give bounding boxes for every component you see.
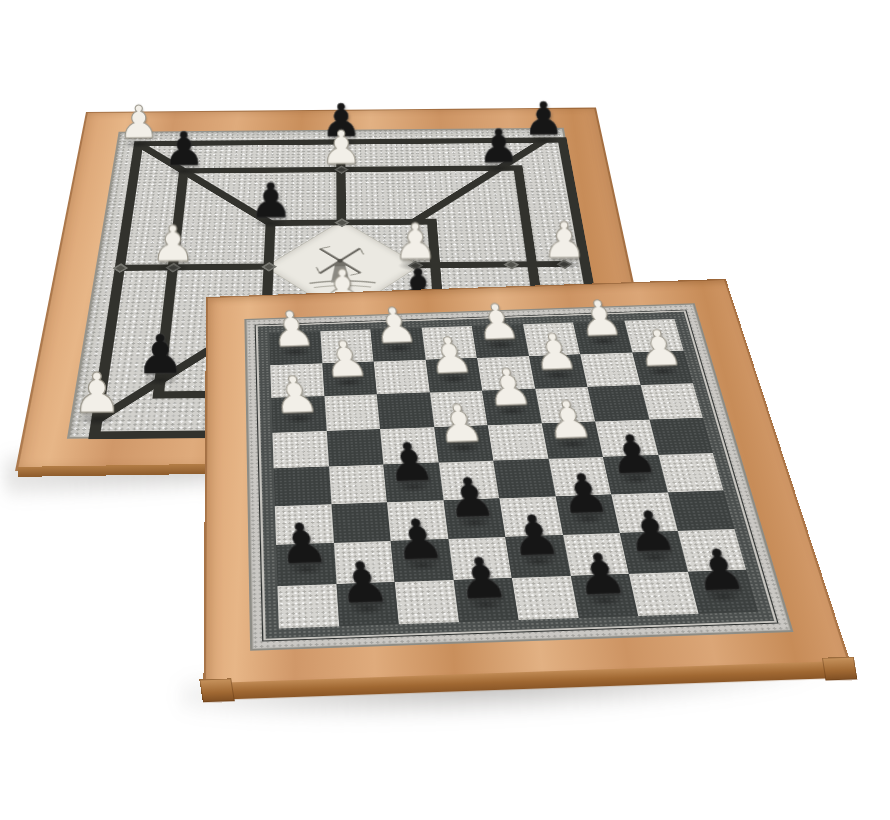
- black-pawn-glyph: ♟: [330, 553, 397, 611]
- checkers-square: ♟: [276, 543, 336, 586]
- checkers-square: ♟: [632, 350, 693, 385]
- white-pawn-glyph: ♟: [421, 330, 480, 381]
- white-pawn-glyph: ♟: [316, 125, 367, 172]
- checkers-wood-frame: ♟♟♟♟♟♟♟♟♟♟♟♟♟♟♟♟♟♟♟♟♟♟♟♟: [203, 279, 851, 688]
- checkers-square: ♟: [472, 324, 529, 357]
- black-pawn-glyph: ♟: [618, 503, 683, 560]
- checkers-square: [374, 359, 430, 394]
- checkers-square: ♟: [269, 331, 322, 365]
- checkers-grid: ♟♟♟♟♟♟♟♟♟♟♟♟♟♟♟♟♟♟♟♟♟♟♟♟: [269, 319, 758, 629]
- white-pawn-glyph: ♟: [571, 293, 628, 343]
- checkers-square: ♟: [555, 494, 620, 535]
- checkers-square: ♟: [322, 361, 377, 396]
- checkers-square: ♟: [434, 425, 493, 463]
- checkers-board-plane: ♟♟♟♟♟♟♟♟♟♟♟♟♟♟♟♟♟♟♟♟♟♟♟♟: [203, 279, 851, 688]
- checkers-square: [512, 576, 579, 621]
- checkers-square: ♟: [336, 582, 399, 627]
- black-pawn-glyph: ♟: [686, 541, 753, 599]
- white-pawn-glyph: ♟: [429, 397, 490, 450]
- checkers-square: ♟: [271, 396, 326, 432]
- checkers-square: [324, 394, 380, 430]
- checkers-square: [588, 385, 649, 421]
- checkers-square: ♟: [443, 498, 505, 539]
- white-pawn-glyph: ♟: [630, 323, 689, 374]
- white-pawn-glyph: ♟: [366, 300, 423, 350]
- checkers-square: ♟: [603, 455, 667, 494]
- checkers-square: [658, 453, 723, 492]
- checkers-square: ♟: [620, 531, 688, 574]
- black-pawn-glyph: ♟: [519, 96, 569, 142]
- checkers-square: [640, 383, 702, 419]
- scene: ♟♟♟♟♟♟♟♟♟♟♟♟♟♟ ♟♟♟♟♟♟♟♟♟♟♟♟♟♟♟♟♟♟♟♟♟♟♟♟: [0, 0, 890, 820]
- checkers-square: [493, 459, 555, 498]
- checkers-square: [277, 584, 338, 629]
- checkers-square: [329, 465, 387, 504]
- black-pawn-glyph: ♟: [601, 427, 663, 482]
- black-pawn-glyph: ♟: [473, 123, 524, 170]
- black-pawn-glyph: ♟: [449, 549, 516, 607]
- checkers-square: [272, 431, 328, 469]
- white-pawn-glyph: ♟: [316, 333, 375, 384]
- white-pawn-glyph: ♟: [265, 368, 325, 420]
- black-pawn-glyph: ♟: [269, 515, 334, 572]
- checkers-square: [326, 429, 383, 467]
- black-pawn-glyph: ♟: [439, 470, 503, 526]
- checkers-square: ♟: [529, 354, 588, 389]
- white-pawn-glyph: ♟: [538, 393, 599, 446]
- checkers-border-band: ♟♟♟♟♟♟♟♟♟♟♟♟♟♟♟♟♟♟♟♟♟♟♟♟: [256, 310, 777, 640]
- black-pawn-glyph: ♟: [502, 507, 567, 564]
- checkers-light-margin: ♟♟♟♟♟♟♟♟♟♟♟♟♟♟♟♟♟♟♟♟♟♟♟♟: [246, 304, 790, 649]
- checkers-square: ♟: [482, 389, 541, 425]
- black-pawn-glyph: ♟: [552, 466, 616, 522]
- checkers-square: ♟: [573, 321, 632, 354]
- white-pawn-glyph: ♟: [478, 361, 538, 413]
- checkers-square: [488, 423, 549, 461]
- white-pawn-glyph: ♟: [146, 219, 201, 269]
- checkers-square: ♟: [383, 463, 443, 502]
- checkers-square: [331, 502, 391, 543]
- checkers-square: ♟: [371, 328, 426, 362]
- checkers-square: ♟: [453, 578, 518, 623]
- checkers-square: [395, 580, 459, 625]
- white-pawn-glyph: ♟: [468, 296, 525, 346]
- checkers-square: [377, 392, 434, 428]
- white-pawn-glyph: ♟: [537, 216, 592, 266]
- checkers-square: ♟: [687, 569, 758, 613]
- checkers-square: ♟: [541, 421, 603, 459]
- checkers-square: [274, 466, 331, 505]
- black-pawn-glyph: ♟: [568, 545, 635, 603]
- black-pawn-glyph: ♟: [385, 511, 450, 568]
- checkers-square: ♟: [505, 535, 570, 578]
- checkers-square: ♟: [425, 358, 482, 393]
- white-pawn-glyph: ♟: [114, 100, 164, 146]
- white-pawn-glyph: ♟: [263, 304, 320, 354]
- checkers-square: ♟: [391, 539, 453, 582]
- black-pawn-glyph: ♟: [131, 328, 190, 382]
- black-pawn-glyph: ♟: [378, 435, 440, 490]
- white-pawn-glyph: ♟: [67, 366, 128, 422]
- checkers-square: ♟: [570, 573, 638, 617]
- white-pawn-glyph: ♟: [526, 326, 585, 377]
- checkers-board: ♟♟♟♟♟♟♟♟♟♟♟♟♟♟♟♟♟♟♟♟♟♟♟♟: [206, 279, 808, 815]
- checkers-square: [629, 571, 698, 615]
- black-pawn-glyph: ♟: [159, 126, 210, 173]
- checkers-square: [580, 352, 640, 387]
- black-pawn-glyph: ♟: [244, 176, 297, 225]
